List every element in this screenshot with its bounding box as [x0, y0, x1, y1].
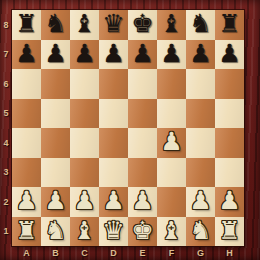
square-g8[interactable]: ♞	[186, 10, 215, 40]
white-king-icon[interactable]: ♚	[131, 218, 153, 243]
square-c4[interactable]	[70, 128, 99, 158]
black-queen-icon[interactable]: ♛	[102, 11, 124, 36]
file-label-g: G	[186, 246, 215, 260]
square-b1[interactable]: ♞	[41, 217, 70, 247]
square-f3[interactable]	[157, 158, 186, 188]
file-labels: ABCDEFGH	[12, 246, 244, 260]
square-d1[interactable]: ♛	[99, 217, 128, 247]
rank-label-7: 7	[0, 40, 12, 70]
white-bishop-icon[interactable]: ♝	[160, 218, 182, 243]
square-b2[interactable]: ♟	[41, 187, 70, 217]
square-g4[interactable]	[186, 128, 215, 158]
square-a1[interactable]: ♜	[12, 217, 41, 247]
square-e1[interactable]: ♚	[128, 217, 157, 247]
black-knight-icon[interactable]: ♞	[44, 11, 66, 36]
file-label-h: H	[215, 246, 244, 260]
square-d8[interactable]: ♛	[99, 10, 128, 40]
file-label-e: E	[128, 246, 157, 260]
square-f7[interactable]: ♟	[157, 40, 186, 70]
square-d5[interactable]	[99, 99, 128, 129]
black-pawn-icon[interactable]: ♟	[160, 41, 182, 66]
square-e4[interactable]	[128, 128, 157, 158]
file-label-a: A	[12, 246, 41, 260]
white-rook-icon[interactable]: ♜	[218, 218, 240, 243]
file-label-d: D	[99, 246, 128, 260]
black-pawn-icon[interactable]: ♟	[218, 41, 240, 66]
square-d2[interactable]: ♟	[99, 187, 128, 217]
square-c6[interactable]	[70, 69, 99, 99]
black-bishop-icon[interactable]: ♝	[160, 11, 182, 36]
square-c1[interactable]: ♝	[70, 217, 99, 247]
square-a3[interactable]	[12, 158, 41, 188]
rank-label-3: 3	[0, 158, 12, 188]
square-d6[interactable]	[99, 69, 128, 99]
square-h6[interactable]	[215, 69, 244, 99]
square-e3[interactable]	[128, 158, 157, 188]
white-pawn-icon[interactable]: ♟	[189, 188, 211, 213]
square-a7[interactable]: ♟	[12, 40, 41, 70]
square-h4[interactable]	[215, 128, 244, 158]
rank-label-5: 5	[0, 99, 12, 129]
square-h3[interactable]	[215, 158, 244, 188]
file-label-c: C	[70, 246, 99, 260]
square-g1[interactable]: ♞	[186, 217, 215, 247]
square-f8[interactable]: ♝	[157, 10, 186, 40]
square-e5[interactable]	[128, 99, 157, 129]
black-rook-icon[interactable]: ♜	[218, 11, 240, 36]
white-bishop-icon[interactable]: ♝	[73, 218, 95, 243]
white-pawn-icon[interactable]: ♟	[102, 188, 124, 213]
square-f5[interactable]	[157, 99, 186, 129]
white-pawn-icon[interactable]: ♟	[160, 129, 182, 154]
black-pawn-icon[interactable]: ♟	[131, 41, 153, 66]
chess-board: ♜♞♝♛♚♝♞♜♟♟♟♟♟♟♟♟♟♟♟♟♟♟♟♟♜♞♝♛♚♝♞♜	[12, 10, 244, 246]
square-f2[interactable]	[157, 187, 186, 217]
square-h1[interactable]: ♜	[215, 217, 244, 247]
rank-labels: 87654321	[0, 10, 12, 246]
square-g3[interactable]	[186, 158, 215, 188]
white-knight-icon[interactable]: ♞	[189, 218, 211, 243]
white-rook-icon[interactable]: ♜	[15, 218, 37, 243]
square-e7[interactable]: ♟	[128, 40, 157, 70]
square-a5[interactable]	[12, 99, 41, 129]
square-b3[interactable]	[41, 158, 70, 188]
white-pawn-icon[interactable]: ♟	[131, 188, 153, 213]
square-b5[interactable]	[41, 99, 70, 129]
square-e8[interactable]: ♚	[128, 10, 157, 40]
black-pawn-icon[interactable]: ♟	[189, 41, 211, 66]
square-g2[interactable]: ♟	[186, 187, 215, 217]
square-d4[interactable]	[99, 128, 128, 158]
square-d3[interactable]	[99, 158, 128, 188]
black-pawn-icon[interactable]: ♟	[73, 41, 95, 66]
rank-label-1: 1	[0, 217, 12, 247]
square-h7[interactable]: ♟	[215, 40, 244, 70]
rank-label-8: 8	[0, 10, 12, 40]
square-b4[interactable]	[41, 128, 70, 158]
black-knight-icon[interactable]: ♞	[189, 11, 211, 36]
square-d7[interactable]: ♟	[99, 40, 128, 70]
square-e2[interactable]: ♟	[128, 187, 157, 217]
square-f4[interactable]: ♟	[157, 128, 186, 158]
square-e6[interactable]	[128, 69, 157, 99]
square-g6[interactable]	[186, 69, 215, 99]
square-f6[interactable]	[157, 69, 186, 99]
square-b7[interactable]: ♟	[41, 40, 70, 70]
square-h2[interactable]: ♟	[215, 187, 244, 217]
white-pawn-icon[interactable]: ♟	[15, 188, 37, 213]
square-a2[interactable]: ♟	[12, 187, 41, 217]
rank-label-4: 4	[0, 128, 12, 158]
square-h5[interactable]	[215, 99, 244, 129]
square-a4[interactable]	[12, 128, 41, 158]
white-pawn-icon[interactable]: ♟	[44, 188, 66, 213]
square-a6[interactable]	[12, 69, 41, 99]
square-g7[interactable]: ♟	[186, 40, 215, 70]
square-c8[interactable]: ♝	[70, 10, 99, 40]
black-pawn-icon[interactable]: ♟	[44, 41, 66, 66]
black-king-icon[interactable]: ♚	[131, 11, 153, 36]
square-b8[interactable]: ♞	[41, 10, 70, 40]
square-b6[interactable]	[41, 69, 70, 99]
file-label-b: B	[41, 246, 70, 260]
square-f1[interactable]: ♝	[157, 217, 186, 247]
white-pawn-icon[interactable]: ♟	[218, 188, 240, 213]
square-c5[interactable]	[70, 99, 99, 129]
chessboard-app: ♜♞♝♛♚♝♞♜♟♟♟♟♟♟♟♟♟♟♟♟♟♟♟♟♜♞♝♛♚♝♞♜ 8765432…	[0, 0, 260, 260]
square-h8[interactable]: ♜	[215, 10, 244, 40]
white-knight-icon[interactable]: ♞	[44, 218, 66, 243]
square-g5[interactable]	[186, 99, 215, 129]
rank-label-2: 2	[0, 187, 12, 217]
black-pawn-icon[interactable]: ♟	[15, 41, 37, 66]
square-c7[interactable]: ♟	[70, 40, 99, 70]
square-c3[interactable]	[70, 158, 99, 188]
file-label-f: F	[157, 246, 186, 260]
black-rook-icon[interactable]: ♜	[15, 11, 37, 36]
black-pawn-icon[interactable]: ♟	[102, 41, 124, 66]
white-pawn-icon[interactable]: ♟	[73, 188, 95, 213]
rank-label-6: 6	[0, 69, 12, 99]
black-bishop-icon[interactable]: ♝	[73, 11, 95, 36]
square-a8[interactable]: ♜	[12, 10, 41, 40]
white-queen-icon[interactable]: ♛	[102, 218, 124, 243]
square-c2[interactable]: ♟	[70, 187, 99, 217]
